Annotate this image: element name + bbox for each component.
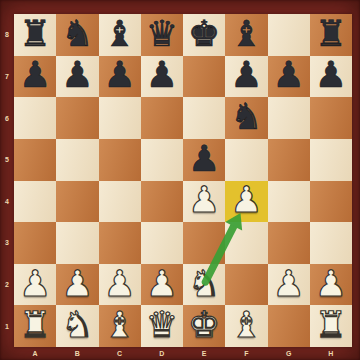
square-b6[interactable] — [56, 97, 98, 139]
square-f4[interactable]: ♟ — [225, 181, 267, 223]
square-g1[interactable] — [268, 305, 310, 347]
square-c4[interactable] — [99, 181, 141, 223]
white-queen-d1[interactable]: ♛ — [146, 307, 178, 343]
square-a8[interactable]: ♜ — [14, 14, 56, 56]
square-e1[interactable]: ♚ — [183, 305, 225, 347]
square-f7[interactable]: ♟ — [225, 56, 267, 98]
square-f6[interactable]: ♞ — [225, 97, 267, 139]
rank-label-1: 1 — [0, 305, 14, 347]
white-pawn-f4[interactable]: ♟ — [230, 182, 262, 218]
square-b5[interactable] — [56, 139, 98, 181]
black-pawn-c7[interactable]: ♟ — [103, 57, 135, 93]
file-label-c: C — [99, 347, 141, 360]
black-pawn-e5[interactable]: ♟ — [188, 141, 220, 177]
square-h3[interactable] — [310, 222, 352, 264]
black-rook-a8[interactable]: ♜ — [19, 16, 51, 52]
square-f2[interactable] — [225, 264, 267, 306]
black-pawn-b7[interactable]: ♟ — [61, 57, 93, 93]
white-pawn-d2[interactable]: ♟ — [146, 266, 178, 302]
file-label-e: E — [183, 347, 225, 360]
square-b8[interactable]: ♞ — [56, 14, 98, 56]
square-a4[interactable] — [14, 181, 56, 223]
white-knight-e2[interactable]: ♞ — [188, 266, 220, 302]
square-f1[interactable]: ♝ — [225, 305, 267, 347]
file-labels: ABCDEFGH — [14, 347, 352, 360]
black-knight-b8[interactable]: ♞ — [61, 16, 93, 52]
square-g6[interactable] — [268, 97, 310, 139]
black-bishop-c8[interactable]: ♝ — [103, 16, 135, 52]
square-b4[interactable] — [56, 181, 98, 223]
file-label-g: G — [268, 347, 310, 360]
square-h7[interactable]: ♟ — [310, 56, 352, 98]
rank-label-8: 8 — [0, 14, 14, 56]
white-pawn-e4[interactable]: ♟ — [188, 182, 220, 218]
black-pawn-a7[interactable]: ♟ — [19, 57, 51, 93]
black-pawn-h7[interactable]: ♟ — [315, 57, 347, 93]
square-a6[interactable] — [14, 97, 56, 139]
square-e8[interactable]: ♚ — [183, 14, 225, 56]
square-b7[interactable]: ♟ — [56, 56, 98, 98]
square-e7[interactable] — [183, 56, 225, 98]
square-h6[interactable] — [310, 97, 352, 139]
white-bishop-c1[interactable]: ♝ — [103, 307, 135, 343]
square-e2[interactable]: ♞ — [183, 264, 225, 306]
square-d6[interactable] — [141, 97, 183, 139]
square-e5[interactable]: ♟ — [183, 139, 225, 181]
square-g7[interactable]: ♟ — [268, 56, 310, 98]
square-c6[interactable] — [99, 97, 141, 139]
black-bishop-f8[interactable]: ♝ — [230, 16, 262, 52]
rank-label-2: 2 — [0, 264, 14, 306]
white-rook-a1[interactable]: ♜ — [19, 307, 51, 343]
square-d4[interactable] — [141, 181, 183, 223]
square-h5[interactable] — [310, 139, 352, 181]
white-rook-h1[interactable]: ♜ — [315, 307, 347, 343]
square-a5[interactable] — [14, 139, 56, 181]
square-h2[interactable]: ♟ — [310, 264, 352, 306]
square-d7[interactable]: ♟ — [141, 56, 183, 98]
square-b3[interactable] — [56, 222, 98, 264]
file-label-b: B — [56, 347, 98, 360]
square-h4[interactable] — [310, 181, 352, 223]
board-frame: 87654321 ♜♞♝♛♚♝♜♟♟♟♟♟♟♟♞♟♟♟♟♟♟♟♞♟♟♜♞♝♛♚♝… — [0, 0, 360, 360]
square-d8[interactable]: ♛ — [141, 14, 183, 56]
square-a1[interactable]: ♜ — [14, 305, 56, 347]
square-f8[interactable]: ♝ — [225, 14, 267, 56]
square-g8[interactable] — [268, 14, 310, 56]
square-e3[interactable] — [183, 222, 225, 264]
square-b1[interactable]: ♞ — [56, 305, 98, 347]
square-a2[interactable]: ♟ — [14, 264, 56, 306]
rank-label-3: 3 — [0, 222, 14, 264]
square-d1[interactable]: ♛ — [141, 305, 183, 347]
white-bishop-f1[interactable]: ♝ — [230, 307, 262, 343]
square-f3[interactable] — [225, 222, 267, 264]
white-pawn-h2[interactable]: ♟ — [315, 266, 347, 302]
square-e6[interactable] — [183, 97, 225, 139]
white-king-e1[interactable]: ♚ — [188, 307, 220, 343]
rank-label-5: 5 — [0, 139, 14, 181]
square-c7[interactable]: ♟ — [99, 56, 141, 98]
rank-label-4: 4 — [0, 181, 14, 223]
black-king-e8[interactable]: ♚ — [188, 16, 220, 52]
black-rook-h8[interactable]: ♜ — [315, 16, 347, 52]
square-d3[interactable] — [141, 222, 183, 264]
square-b2[interactable]: ♟ — [56, 264, 98, 306]
square-g4[interactable] — [268, 181, 310, 223]
square-e4[interactable]: ♟ — [183, 181, 225, 223]
square-c5[interactable] — [99, 139, 141, 181]
chess-board[interactable]: ♜♞♝♛♚♝♜♟♟♟♟♟♟♟♞♟♟♟♟♟♟♟♞♟♟♜♞♝♛♚♝♜ — [14, 14, 352, 347]
file-label-a: A — [14, 347, 56, 360]
black-pawn-d7[interactable]: ♟ — [146, 57, 178, 93]
file-label-f: F — [225, 347, 267, 360]
black-pawn-f7[interactable]: ♟ — [230, 57, 262, 93]
black-knight-f6[interactable]: ♞ — [230, 99, 262, 135]
rank-labels: 87654321 — [0, 14, 14, 347]
white-pawn-c2[interactable]: ♟ — [103, 266, 135, 302]
square-c3[interactable] — [99, 222, 141, 264]
black-queen-d8[interactable]: ♛ — [146, 16, 178, 52]
square-d5[interactable] — [141, 139, 183, 181]
square-h8[interactable]: ♜ — [310, 14, 352, 56]
black-pawn-g7[interactable]: ♟ — [272, 57, 304, 93]
square-g2[interactable]: ♟ — [268, 264, 310, 306]
square-d2[interactable]: ♟ — [141, 264, 183, 306]
square-a7[interactable]: ♟ — [14, 56, 56, 98]
square-f5[interactable] — [225, 139, 267, 181]
square-c1[interactable]: ♝ — [99, 305, 141, 347]
file-label-h: H — [310, 347, 352, 360]
square-g5[interactable] — [268, 139, 310, 181]
square-c8[interactable]: ♝ — [99, 14, 141, 56]
square-g3[interactable] — [268, 222, 310, 264]
white-pawn-a2[interactable]: ♟ — [19, 266, 51, 302]
file-label-d: D — [141, 347, 183, 360]
rank-label-6: 6 — [0, 97, 14, 139]
square-c2[interactable]: ♟ — [99, 264, 141, 306]
white-knight-b1[interactable]: ♞ — [61, 307, 93, 343]
square-h1[interactable]: ♜ — [310, 305, 352, 347]
rank-label-7: 7 — [0, 56, 14, 98]
white-pawn-g2[interactable]: ♟ — [272, 266, 304, 302]
square-a3[interactable] — [14, 222, 56, 264]
white-pawn-b2[interactable]: ♟ — [61, 266, 93, 302]
